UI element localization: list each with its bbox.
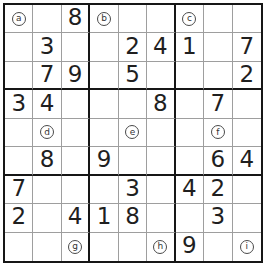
cell-r5c3[interactable] (62, 119, 90, 147)
given-digit: 3 (125, 177, 140, 200)
given-digit: 9 (182, 234, 197, 257)
cell-r6c2[interactable]: 8 (33, 147, 61, 175)
cell-r1c5[interactable] (119, 5, 147, 33)
cell-r1c4[interactable]: b (90, 5, 118, 33)
cell-r7c8[interactable]: 2 (204, 176, 232, 204)
cell-r8c5[interactable]: 8 (119, 204, 147, 232)
cell-r6c6[interactable] (147, 147, 175, 175)
circled-letter-b: b (97, 12, 111, 26)
cell-r1c7[interactable]: c (176, 5, 204, 33)
cell-r8c9[interactable] (233, 204, 261, 232)
given-digit: 2 (11, 205, 26, 228)
cell-r4c7[interactable] (176, 90, 204, 118)
cell-r4c1[interactable]: 3 (5, 90, 33, 118)
cell-r2c6[interactable]: 4 (147, 33, 175, 61)
cell-r2c3[interactable] (62, 33, 90, 61)
cell-r8c7[interactable] (176, 204, 204, 232)
cell-r4c5[interactable] (119, 90, 147, 118)
cell-r6c8[interactable]: 6 (204, 147, 232, 175)
cell-r3c3[interactable]: 9 (62, 62, 90, 90)
cell-r6c1[interactable] (5, 147, 33, 175)
given-digit: 4 (40, 92, 55, 115)
cell-r9c8[interactable] (204, 233, 232, 261)
circled-letter-c: c (182, 12, 196, 26)
sudoku-page: a8bc3241779523487def8964734224183gh9i (0, 0, 266, 266)
given-digit: 7 (211, 92, 226, 115)
cell-r7c6[interactable] (147, 176, 175, 204)
circled-letter-a: a (12, 12, 26, 26)
cell-r4c6[interactable]: 8 (147, 90, 175, 118)
cell-r4c2[interactable]: 4 (33, 90, 61, 118)
cell-r9c4[interactable] (90, 233, 118, 261)
cell-r1c1[interactable]: a (5, 5, 33, 33)
given-digit: 2 (125, 35, 140, 58)
given-digit: 2 (239, 63, 254, 86)
cell-r9c9[interactable]: i (233, 233, 261, 261)
cell-r6c7[interactable] (176, 147, 204, 175)
cell-r2c4[interactable] (90, 33, 118, 61)
cell-r1c2[interactable] (33, 5, 61, 33)
cell-r8c6[interactable] (147, 204, 175, 232)
cell-r6c3[interactable] (62, 147, 90, 175)
cell-r9c5[interactable] (119, 233, 147, 261)
circled-letter-h: h (153, 240, 167, 254)
given-digit: 7 (239, 35, 254, 58)
circled-letter-e: e (125, 125, 139, 139)
cell-r3c2[interactable]: 7 (33, 62, 61, 90)
cell-r3c7[interactable] (176, 62, 204, 90)
cell-r3c9[interactable]: 2 (233, 62, 261, 90)
cell-r1c8[interactable] (204, 5, 232, 33)
cell-r5c1[interactable] (5, 119, 33, 147)
cell-r3c4[interactable] (90, 62, 118, 90)
cell-r1c3[interactable]: 8 (62, 5, 90, 33)
given-digit: 6 (211, 148, 226, 171)
cell-r9c7[interactable]: 9 (176, 233, 204, 261)
cell-r1c6[interactable] (147, 5, 175, 33)
given-digit: 4 (239, 148, 254, 171)
cell-r2c5[interactable]: 2 (119, 33, 147, 61)
cell-r4c3[interactable] (62, 90, 90, 118)
given-digit: 5 (125, 63, 140, 86)
cell-r9c2[interactable] (33, 233, 61, 261)
given-digit: 9 (97, 148, 112, 171)
cell-r3c6[interactable] (147, 62, 175, 90)
cell-r6c9[interactable]: 4 (233, 147, 261, 175)
cell-r4c9[interactable] (233, 90, 261, 118)
cell-r7c9[interactable] (233, 176, 261, 204)
cell-r8c4[interactable]: 1 (90, 204, 118, 232)
circled-letter-d: d (40, 125, 54, 139)
sudoku-board: a8bc3241779523487def8964734224183gh9i (3, 3, 263, 263)
cell-r8c1[interactable]: 2 (5, 204, 33, 232)
cell-r7c2[interactable] (33, 176, 61, 204)
cell-r1c9[interactable] (233, 5, 261, 33)
given-digit: 8 (125, 205, 140, 228)
cell-r5c6[interactable] (147, 119, 175, 147)
given-digit: 8 (68, 6, 83, 29)
cell-r2c9[interactable]: 7 (233, 33, 261, 61)
given-digit: 7 (11, 177, 26, 200)
cell-r5c8[interactable]: f (204, 119, 232, 147)
given-digit: 4 (153, 35, 168, 58)
cell-r4c4[interactable] (90, 90, 118, 118)
cell-r6c5[interactable] (119, 147, 147, 175)
given-digit: 4 (68, 205, 83, 228)
circled-letter-g: g (68, 240, 82, 254)
given-digit: 1 (182, 35, 197, 58)
given-digit: 1 (97, 205, 112, 228)
cell-r7c1[interactable]: 7 (5, 176, 33, 204)
cell-r3c5[interactable]: 5 (119, 62, 147, 90)
cell-r9c1[interactable] (5, 233, 33, 261)
given-digit: 3 (11, 92, 26, 115)
cell-r3c8[interactable] (204, 62, 232, 90)
cell-r8c8[interactable]: 3 (204, 204, 232, 232)
cell-r5c5[interactable]: e (119, 119, 147, 147)
cell-r2c7[interactable]: 1 (176, 33, 204, 61)
cell-r9c6[interactable]: h (147, 233, 175, 261)
given-digit: 3 (211, 205, 226, 228)
cell-r8c3[interactable]: 4 (62, 204, 90, 232)
cell-r2c2[interactable]: 3 (33, 33, 61, 61)
cell-r5c9[interactable] (233, 119, 261, 147)
cell-r7c7[interactable]: 4 (176, 176, 204, 204)
cell-r7c5[interactable]: 3 (119, 176, 147, 204)
cell-r6c4[interactable]: 9 (90, 147, 118, 175)
cell-r2c8[interactable] (204, 33, 232, 61)
given-digit: 7 (40, 63, 55, 86)
given-digit: 2 (211, 177, 226, 200)
given-digit: 4 (182, 177, 197, 200)
cell-r2c1[interactable] (5, 33, 33, 61)
cell-r7c4[interactable] (90, 176, 118, 204)
cell-r4c8[interactable]: 7 (204, 90, 232, 118)
cell-r5c7[interactable] (176, 119, 204, 147)
cell-r7c3[interactable] (62, 176, 90, 204)
cell-r5c4[interactable] (90, 119, 118, 147)
given-digit: 8 (40, 148, 55, 171)
cell-r9c3[interactable]: g (62, 233, 90, 261)
circled-letter-i: i (240, 240, 254, 254)
given-digit: 8 (153, 92, 168, 115)
cell-r5c2[interactable]: d (33, 119, 61, 147)
circled-letter-f: f (211, 125, 225, 139)
given-digit: 9 (68, 63, 83, 86)
given-digit: 3 (40, 35, 55, 58)
cell-r8c2[interactable] (33, 204, 61, 232)
cell-r3c1[interactable] (5, 62, 33, 90)
